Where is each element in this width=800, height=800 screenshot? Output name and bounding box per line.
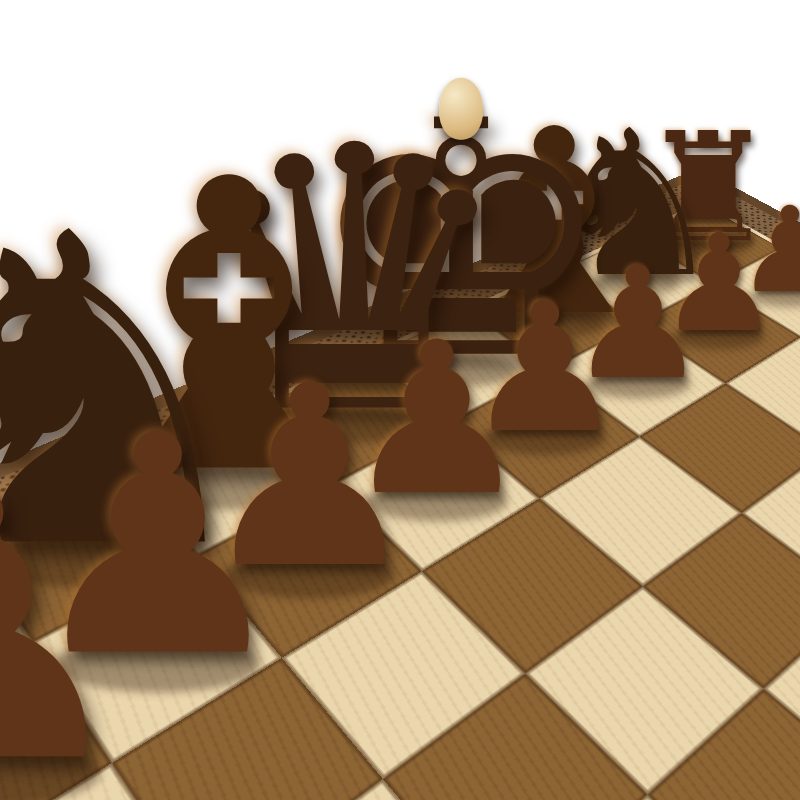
chess-photo-scene: ♜♞♟♝♟♚♟♛♟♝♟♞♟♟♟ — [0, 0, 800, 800]
piece-a7-black-pawn: ♟ — [0, 440, 142, 800]
